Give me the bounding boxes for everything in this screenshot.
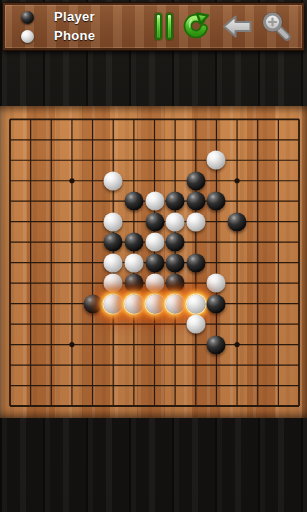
top-bar: Player Phone (2, 2, 305, 51)
stone-white (207, 274, 226, 293)
stone-black (207, 335, 226, 354)
stone-black (104, 233, 123, 252)
stone-black (207, 294, 226, 313)
stone-black (166, 192, 185, 211)
stone-black (166, 274, 185, 293)
stone-white (104, 212, 123, 231)
player-black-label: Player (54, 9, 95, 25)
stone-black (186, 192, 205, 211)
stone-black (145, 212, 164, 231)
star-point (234, 342, 239, 347)
zoom-in-icon (261, 11, 292, 42)
stone-white (145, 294, 164, 313)
stone-white (145, 233, 164, 252)
player-row-black: Player (21, 9, 95, 25)
stone-black (124, 233, 143, 252)
stone-white (104, 294, 123, 313)
stone-black (145, 253, 164, 272)
stone-black (186, 171, 205, 190)
star-point (69, 342, 74, 347)
undo-button[interactable] (181, 9, 214, 45)
black-stone-icon (21, 11, 34, 24)
white-stone-icon (21, 30, 34, 43)
stone-white (186, 212, 205, 231)
stone-black (83, 294, 102, 313)
player-row-white: Phone (21, 28, 95, 44)
stone-white (145, 274, 164, 293)
back-button[interactable] (222, 14, 253, 39)
toolbar (155, 9, 294, 45)
app-screen: Player Phone (0, 0, 307, 512)
player-white-label: Phone (54, 28, 95, 44)
stone-white (186, 294, 205, 313)
stone-white (104, 274, 123, 293)
stone-black (207, 192, 226, 211)
stone-black (166, 233, 185, 252)
stone-black (186, 253, 205, 272)
stone-white (207, 151, 226, 170)
back-arrow-icon (222, 14, 253, 39)
pause-button[interactable] (155, 13, 173, 40)
stone-white (104, 253, 123, 272)
pause-icon (155, 13, 173, 40)
stone-white (145, 192, 164, 211)
stone-black (166, 253, 185, 272)
stone-white (124, 253, 143, 272)
stone-black (228, 212, 247, 231)
stone-white (104, 171, 123, 190)
stone-white (186, 315, 205, 334)
game-board[interactable] (0, 106, 307, 418)
undo-icon (181, 9, 214, 45)
stone-white (124, 294, 143, 313)
scoreboard: Player Phone (21, 9, 95, 44)
stone-black (124, 192, 143, 211)
stone-white (166, 212, 185, 231)
star-point (234, 178, 239, 183)
zoom-button[interactable] (261, 11, 292, 42)
stone-white (166, 294, 185, 313)
star-point (69, 178, 74, 183)
stone-black (124, 274, 143, 293)
